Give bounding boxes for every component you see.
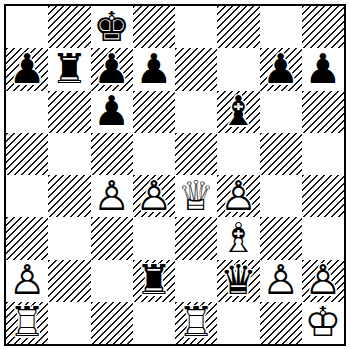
square-f8[interactable] [217, 6, 259, 48]
piece-glyph: ♙ [6, 260, 48, 302]
piece-glyph: ♛ [217, 260, 259, 302]
piece-glyph: ♜ [133, 260, 175, 302]
black-king-c8: ♚♚ [91, 6, 133, 48]
square-a3[interactable] [6, 217, 48, 259]
square-a8[interactable] [6, 6, 48, 48]
square-c6[interactable]: ♟♟ [91, 91, 133, 133]
piece-glyph: ♟ [260, 48, 302, 90]
piece-glyph: ♗ [217, 217, 259, 259]
square-h4[interactable] [302, 175, 344, 217]
square-f4[interactable]: ♟♙ [217, 175, 259, 217]
square-e3[interactable] [175, 217, 217, 259]
black-pawn-h7: ♟♟ [302, 48, 344, 90]
square-a7[interactable]: ♟♟ [6, 48, 48, 90]
piece-glyph: ♟ [91, 91, 133, 133]
square-a1[interactable]: ♜♖ [6, 302, 48, 344]
square-d2[interactable]: ♜♜ [133, 260, 175, 302]
square-e1[interactable]: ♜♖ [175, 302, 217, 344]
square-b8[interactable] [48, 6, 90, 48]
square-c8[interactable]: ♚♚ [91, 6, 133, 48]
square-g4[interactable] [260, 175, 302, 217]
white-pawn-g2: ♟♙ [260, 260, 302, 302]
square-c4[interactable]: ♟♙ [91, 175, 133, 217]
square-h1[interactable]: ♚♔ [302, 302, 344, 344]
piece-glyph: ♟ [133, 48, 175, 90]
square-e8[interactable] [175, 6, 217, 48]
square-f6[interactable]: ♝♝ [217, 91, 259, 133]
square-g8[interactable] [260, 6, 302, 48]
chess-diagram: ♚♚♟♟♜♜♟♟♟♟♟♟♟♟♟♟♝♝♟♙♟♙♛♕♟♙♝♗♟♙♜♜♛♛♟♙♟♙♜♖… [0, 0, 350, 350]
piece-glyph: ♜ [48, 48, 90, 90]
square-h5[interactable] [302, 133, 344, 175]
white-rook-a1: ♜♖ [6, 302, 48, 344]
chess-board: ♚♚♟♟♜♜♟♟♟♟♟♟♟♟♟♟♝♝♟♙♟♙♛♕♟♙♝♗♟♙♜♜♛♛♟♙♟♙♜♖… [4, 4, 346, 346]
square-g5[interactable] [260, 133, 302, 175]
square-b3[interactable] [48, 217, 90, 259]
black-bishop-f6: ♝♝ [217, 91, 259, 133]
white-pawn-h2: ♟♙ [302, 260, 344, 302]
piece-glyph: ♙ [91, 175, 133, 217]
square-f2[interactable]: ♛♛ [217, 260, 259, 302]
square-b4[interactable] [48, 175, 90, 217]
piece-glyph: ♚ [91, 6, 133, 48]
square-h2[interactable]: ♟♙ [302, 260, 344, 302]
square-c2[interactable] [91, 260, 133, 302]
piece-glyph: ♖ [175, 302, 217, 344]
black-pawn-c7: ♟♟ [91, 48, 133, 90]
white-pawn-c4: ♟♙ [91, 175, 133, 217]
square-f5[interactable] [217, 133, 259, 175]
square-b6[interactable] [48, 91, 90, 133]
square-d6[interactable] [133, 91, 175, 133]
square-h6[interactable] [302, 91, 344, 133]
square-d7[interactable]: ♟♟ [133, 48, 175, 90]
piece-glyph: ♟ [6, 48, 48, 90]
square-f1[interactable] [217, 302, 259, 344]
square-d8[interactable] [133, 6, 175, 48]
square-c1[interactable] [91, 302, 133, 344]
piece-glyph: ♙ [217, 175, 259, 217]
white-bishop-f3: ♝♗ [217, 217, 259, 259]
square-b5[interactable] [48, 133, 90, 175]
square-e2[interactable] [175, 260, 217, 302]
square-g6[interactable] [260, 91, 302, 133]
square-g2[interactable]: ♟♙ [260, 260, 302, 302]
square-g7[interactable]: ♟♟ [260, 48, 302, 90]
white-king-h1: ♚♔ [302, 302, 344, 344]
piece-glyph: ♙ [133, 175, 175, 217]
square-c3[interactable] [91, 217, 133, 259]
white-pawn-a2: ♟♙ [6, 260, 48, 302]
square-e7[interactable] [175, 48, 217, 90]
square-h7[interactable]: ♟♟ [302, 48, 344, 90]
piece-glyph: ♙ [260, 260, 302, 302]
piece-glyph: ♟ [302, 48, 344, 90]
piece-glyph: ♕ [175, 175, 217, 217]
square-d5[interactable] [133, 133, 175, 175]
square-d3[interactable] [133, 217, 175, 259]
square-b1[interactable] [48, 302, 90, 344]
square-b7[interactable]: ♜♜ [48, 48, 90, 90]
piece-glyph: ♝ [217, 91, 259, 133]
piece-glyph: ♖ [6, 302, 48, 344]
black-pawn-a7: ♟♟ [6, 48, 48, 90]
black-pawn-g7: ♟♟ [260, 48, 302, 90]
square-g1[interactable] [260, 302, 302, 344]
white-queen-e4: ♛♕ [175, 175, 217, 217]
square-h8[interactable] [302, 6, 344, 48]
square-c5[interactable] [91, 133, 133, 175]
white-pawn-d4: ♟♙ [133, 175, 175, 217]
square-b2[interactable] [48, 260, 90, 302]
black-pawn-c6: ♟♟ [91, 91, 133, 133]
black-queen-f2: ♛♛ [217, 260, 259, 302]
piece-glyph: ♙ [302, 260, 344, 302]
square-a4[interactable] [6, 175, 48, 217]
square-a5[interactable] [6, 133, 48, 175]
square-e4[interactable]: ♛♕ [175, 175, 217, 217]
piece-glyph: ♔ [302, 302, 344, 344]
square-d1[interactable] [133, 302, 175, 344]
black-rook-d2: ♜♜ [133, 260, 175, 302]
square-a6[interactable] [6, 91, 48, 133]
white-pawn-f4: ♟♙ [217, 175, 259, 217]
black-pawn-d7: ♟♟ [133, 48, 175, 90]
square-e5[interactable] [175, 133, 217, 175]
square-d4[interactable]: ♟♙ [133, 175, 175, 217]
square-h3[interactable] [302, 217, 344, 259]
black-rook-b7: ♜♜ [48, 48, 90, 90]
square-f7[interactable] [217, 48, 259, 90]
square-f3[interactable]: ♝♗ [217, 217, 259, 259]
piece-glyph: ♟ [91, 48, 133, 90]
white-rook-e1: ♜♖ [175, 302, 217, 344]
square-c7[interactable]: ♟♟ [91, 48, 133, 90]
square-a2[interactable]: ♟♙ [6, 260, 48, 302]
square-g3[interactable] [260, 217, 302, 259]
square-e6[interactable] [175, 91, 217, 133]
